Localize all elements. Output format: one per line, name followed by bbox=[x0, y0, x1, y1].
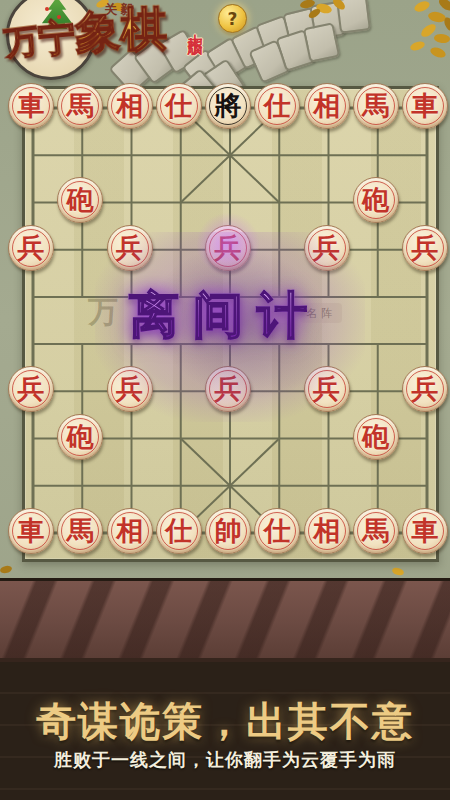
footer-subline: 胜败于一线之间，让你翻手为云覆手为雨 bbox=[0, 748, 450, 772]
logo-character: 宁 bbox=[37, 18, 77, 58]
logo-character: 象 bbox=[74, 8, 121, 55]
piece-red-r0f6[interactable]: 相 bbox=[304, 83, 350, 129]
piece-character: 帥 bbox=[215, 517, 242, 544]
piece-character: 馬 bbox=[362, 517, 389, 544]
piece-red-r2f1[interactable]: 砲 bbox=[57, 177, 103, 223]
piece-character: 馬 bbox=[362, 92, 389, 119]
piece-red-r3f0[interactable]: 兵 bbox=[8, 225, 54, 271]
purple-glow-effect bbox=[196, 212, 260, 276]
leaf-icon bbox=[443, 16, 450, 32]
piece-red-r0f7[interactable]: 馬 bbox=[353, 83, 399, 129]
piece-character: 車 bbox=[18, 92, 45, 119]
piece-red-r0f5[interactable]: 仕 bbox=[254, 83, 300, 129]
game-screen: 万 名阵 車馬相仕將仕相馬車砲砲兵兵兵兵兵兵兵兵兵兵砲砲車馬相仕帥仕相馬車 离间… bbox=[0, 0, 450, 800]
piece-character: 車 bbox=[18, 517, 45, 544]
footer-headline: 奇谋诡策，出其不意 bbox=[0, 694, 450, 749]
piece-red-r3f8[interactable]: 兵 bbox=[402, 225, 448, 271]
piece-character: 將 bbox=[215, 92, 242, 119]
piece-red-r2f7[interactable]: 砲 bbox=[353, 177, 399, 223]
piece-red-r9f3[interactable]: 仕 bbox=[156, 508, 202, 554]
leaf-icon bbox=[437, 0, 450, 13]
leaf-icon bbox=[429, 45, 447, 60]
piece-red-r9f6[interactable]: 相 bbox=[304, 508, 350, 554]
technique-title: 离间计 bbox=[0, 286, 450, 344]
piece-character: 仕 bbox=[264, 92, 291, 119]
piece-character: 砲 bbox=[362, 186, 389, 213]
logo-title: 万宁象棋 bbox=[3, 4, 168, 59]
piece-character: 相 bbox=[116, 92, 143, 119]
piece-character: 仕 bbox=[165, 92, 192, 119]
wood-plank-divider bbox=[0, 578, 450, 662]
piece-red-r9f1[interactable]: 馬 bbox=[57, 508, 103, 554]
piece-character: 車 bbox=[412, 517, 439, 544]
star-icon: ★ bbox=[50, 0, 62, 2]
leaf-icon bbox=[0, 565, 13, 574]
leaf-icon bbox=[413, 0, 431, 13]
piece-character: 兵 bbox=[18, 234, 45, 261]
piece-character: 砲 bbox=[362, 423, 389, 450]
piece-red-r0f8[interactable]: 車 bbox=[402, 83, 448, 129]
piece-red-r9f8[interactable]: 車 bbox=[402, 508, 448, 554]
help-button[interactable]: ? bbox=[218, 4, 247, 33]
piece-character: 馬 bbox=[67, 92, 94, 119]
leaf-icon bbox=[433, 33, 450, 45]
piece-character: 兵 bbox=[18, 375, 45, 402]
leaf-icon bbox=[409, 40, 426, 52]
piece-character: 相 bbox=[313, 92, 340, 119]
footer-banner: 奇谋诡策，出其不意 胜败于一线之间，让你翻手为云覆手为雨 bbox=[0, 662, 450, 800]
piece-character: 相 bbox=[313, 517, 340, 544]
piece-red-r9f7[interactable]: 馬 bbox=[353, 508, 399, 554]
leaf-icon bbox=[391, 566, 405, 577]
piece-character: 車 bbox=[412, 92, 439, 119]
piece-red-r6f8[interactable]: 兵 bbox=[402, 366, 448, 412]
piece-character: 馬 bbox=[67, 517, 94, 544]
piece-character: 砲 bbox=[67, 186, 94, 213]
piece-red-r9f4[interactable]: 帥 bbox=[205, 508, 251, 554]
piece-red-r9f2[interactable]: 相 bbox=[107, 508, 153, 554]
piece-character: 砲 bbox=[67, 423, 94, 450]
piece-character: 兵 bbox=[412, 234, 439, 261]
question-mark-icon: ? bbox=[228, 9, 238, 29]
piece-character: 兵 bbox=[412, 375, 439, 402]
piece-red-r6f0[interactable]: 兵 bbox=[8, 366, 54, 412]
piece-red-r9f5[interactable]: 仕 bbox=[254, 508, 300, 554]
piece-character: 仕 bbox=[165, 517, 192, 544]
logo-character: 万 bbox=[2, 22, 40, 60]
piece-character: 相 bbox=[116, 517, 143, 544]
piece-red-r9f0[interactable]: 車 bbox=[8, 508, 54, 554]
logo-character: 棋 bbox=[120, 5, 168, 53]
logo-edition-badge: 大招版 bbox=[185, 22, 204, 31]
piece-character: 仕 bbox=[264, 517, 291, 544]
